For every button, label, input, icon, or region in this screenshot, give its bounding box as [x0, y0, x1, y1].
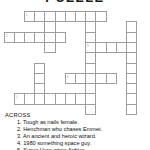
clue-item-5: 5. Super Hero crime fighter. — [17, 147, 148, 150]
across-heading: ACROSS — [5, 112, 31, 119]
clue-item-4: 4. 1980 something space guy. — [17, 140, 148, 147]
grid-cell[interactable] — [95, 11, 107, 22]
clue-item-2: 2. Henchman who chases Emmet. — [17, 126, 148, 133]
grid-cell[interactable] — [106, 73, 117, 84]
clue-item-3: 3. An ancient and heroic wizard. — [17, 133, 148, 140]
grid-cell[interactable] — [126, 104, 137, 115]
grid-cell[interactable] — [44, 42, 56, 53]
grid-cell[interactable] — [85, 104, 96, 115]
clue-item-1: 1. Tough as nails female. — [17, 119, 148, 126]
crossword-page: { "game": "crossword", "title": "PUZZLE"… — [0, 0, 150, 150]
grid-cell[interactable] — [55, 32, 66, 43]
